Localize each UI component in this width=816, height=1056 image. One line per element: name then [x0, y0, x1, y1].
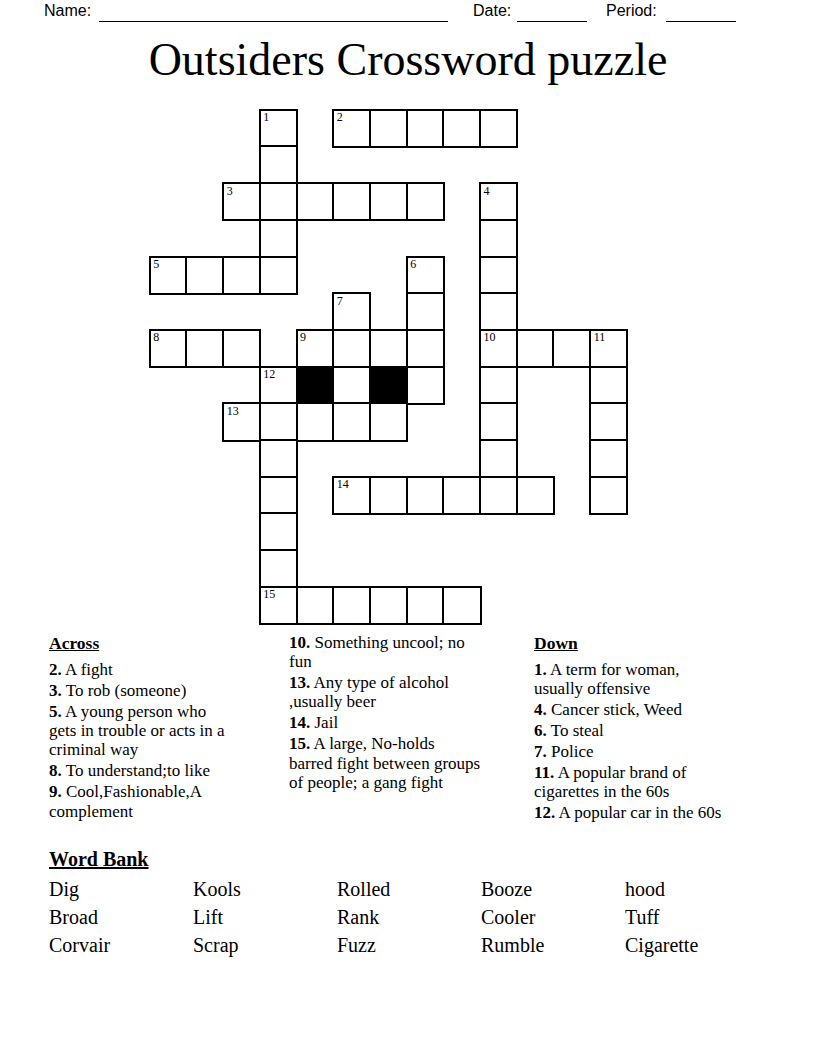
- clue-number-6: 6: [410, 258, 416, 271]
- word-bank-item-Corvair: Corvair: [49, 932, 193, 960]
- grid-cell-r0c5[interactable]: 2: [332, 109, 371, 148]
- grid-cell-r3c9[interactable]: [479, 219, 518, 258]
- grid-cell-r0c9[interactable]: [479, 109, 518, 148]
- date-label: Date:: [473, 2, 511, 20]
- grid-cell-r10c12[interactable]: [589, 476, 628, 515]
- clue-text-15: A large, No-holds barred fight between g…: [289, 734, 480, 791]
- clue-label-2: 2.: [49, 660, 62, 679]
- clue-label-5: 5.: [49, 702, 62, 721]
- clue-text-14: Jail: [315, 713, 339, 732]
- clue-text-8: To understand;to like: [66, 761, 210, 780]
- clue-number-5: 5: [153, 258, 159, 271]
- clue-label-11: 11.: [534, 763, 554, 782]
- clue-label-13: 13.: [289, 673, 310, 692]
- clue-label-4: 4.: [534, 700, 547, 719]
- across-clues-list-2: 10. Something uncool; no fun13. Any type…: [289, 633, 523, 792]
- grid-cell-r7c3[interactable]: 12: [259, 366, 298, 405]
- word-bank-item-Dig: Dig: [49, 876, 193, 904]
- grid-cell-r2c9[interactable]: 4: [479, 182, 518, 221]
- grid-cell-r2c3[interactable]: [259, 182, 298, 221]
- grid-cell-r2c2[interactable]: 3: [222, 182, 261, 221]
- grid-cell-r10c6[interactable]: [369, 476, 408, 515]
- grid-cell-r0c6[interactable]: [369, 109, 408, 148]
- grid-cell-r10c10[interactable]: [516, 476, 555, 515]
- clue-label-1: 1.: [534, 660, 547, 679]
- grid-cell-r6c9[interactable]: 10: [479, 329, 518, 368]
- clue-number-1: 1: [263, 111, 269, 124]
- worksheet-page: Name: Date: Period: Outsiders Crossword …: [0, 0, 816, 1056]
- clue-label-14: 14.: [289, 713, 310, 732]
- grid-cell-r8c4[interactable]: [296, 402, 335, 441]
- period-label: Period:: [606, 2, 657, 20]
- clue-number-2: 2: [337, 111, 343, 124]
- word-bank-item-Kools: Kools: [193, 876, 337, 904]
- clue-text-5: A young person who gets in trouble or ac…: [49, 702, 225, 759]
- word-bank-item-Lift: Lift: [193, 904, 337, 932]
- grid-cell-r13c7[interactable]: [406, 586, 445, 625]
- down-clues-list: 1. A term for woman, usually offensive4.…: [534, 660, 772, 823]
- clue-number-4: 4: [484, 185, 490, 198]
- grid-cell-r2c6[interactable]: [369, 182, 408, 221]
- word-bank-item-Rumble: Rumble: [481, 932, 625, 960]
- grid-cell-r6c10[interactable]: [516, 329, 555, 368]
- grid-cell-r4c7[interactable]: 6: [406, 256, 445, 295]
- grid-cell-r10c8[interactable]: [442, 476, 481, 515]
- black-cell-r7c4: [296, 366, 335, 405]
- across-clues-column-1: Across 2. A fight3. To rob (someone)5. A…: [49, 633, 269, 823]
- grid-cell-r2c4[interactable]: [296, 182, 335, 221]
- grid-cell-r6c6[interactable]: [369, 329, 408, 368]
- clue-text-4: Cancer stick, Weed: [551, 700, 682, 719]
- word-bank-item-Cooler: Cooler: [481, 904, 625, 932]
- grid-cell-r4c0[interactable]: 5: [149, 256, 188, 295]
- clue-4: 4. Cancer stick, Weed: [534, 700, 772, 719]
- clue-number-12: 12: [263, 368, 275, 381]
- across-heading: Across: [49, 633, 269, 653]
- word-bank-heading: Word Bank: [49, 846, 148, 872]
- clue-11: 11. A popular brand of cigarettes in the…: [534, 763, 772, 801]
- grid-cell-r8c5[interactable]: [332, 402, 371, 441]
- crossword-grid: 123456789101112131415: [150, 110, 628, 624]
- period-blank-line[interactable]: [666, 2, 736, 22]
- clue-8: 8. To understand;to like: [49, 761, 269, 780]
- word-bank-item-Rank: Rank: [337, 904, 481, 932]
- grid-cell-r6c2[interactable]: [222, 329, 261, 368]
- page-title: Outsiders Crossword puzzle: [0, 33, 816, 87]
- clue-label-8: 8.: [49, 761, 62, 780]
- grid-cell-r4c3[interactable]: [259, 256, 298, 295]
- clue-label-9: 9.: [49, 782, 62, 801]
- clue-1: 1. A term for woman, usually offensive: [534, 660, 772, 698]
- grid-cell-r8c9[interactable]: [479, 402, 518, 441]
- grid-cell-r0c3[interactable]: 1: [259, 109, 298, 148]
- clue-text-13: Any type of alcohol ,usually beer: [289, 673, 449, 711]
- clue-text-6: To steal: [551, 721, 604, 740]
- grid-cell-r5c7[interactable]: [406, 292, 445, 331]
- down-clues-column: Down 1. A term for woman, usually offens…: [534, 633, 772, 824]
- clue-label-12: 12.: [534, 803, 555, 822]
- grid-cell-r4c1[interactable]: [185, 256, 224, 295]
- clue-7: 7. Police: [534, 742, 772, 761]
- grid-cell-r0c8[interactable]: [442, 109, 481, 148]
- grid-cell-r6c11[interactable]: [552, 329, 591, 368]
- grid-cell-r10c5[interactable]: 14: [332, 476, 371, 515]
- clue-3: 3. To rob (someone): [49, 681, 269, 700]
- word-bank-item-Scrap: Scrap: [193, 932, 337, 960]
- clue-text-1: A term for woman, usually offensive: [534, 660, 679, 698]
- word-bank-item-Booze: Booze: [481, 876, 625, 904]
- grid-cell-r12c3[interactable]: [259, 549, 298, 588]
- clue-9: 9. Cool,Fashionable,A complement: [49, 782, 269, 820]
- word-bank-item-Cigarette: Cigarette: [625, 932, 769, 960]
- grid-cell-r6c7[interactable]: [406, 329, 445, 368]
- date-blank-line[interactable]: [517, 2, 587, 22]
- clue-text-3: To rob (someone): [66, 681, 187, 700]
- grid-cell-r13c6[interactable]: [369, 586, 408, 625]
- grid-cell-r13c8[interactable]: [442, 586, 481, 625]
- grid-cell-r7c12[interactable]: [589, 366, 628, 405]
- word-bank-item-Rolled: Rolled: [337, 876, 481, 904]
- clue-6: 6. To steal: [534, 721, 772, 740]
- grid-cell-r9c3[interactable]: [259, 439, 298, 478]
- grid-cell-r5c9[interactable]: [479, 292, 518, 331]
- grid-cell-r1c3[interactable]: [259, 145, 298, 184]
- word-bank-item-Broad: Broad: [49, 904, 193, 932]
- grid-cell-r13c4[interactable]: [296, 586, 335, 625]
- grid-cell-r13c5[interactable]: [332, 586, 371, 625]
- grid-cell-r6c12[interactable]: 11: [589, 329, 628, 368]
- across-clues-list-1: 2. A fight3. To rob (someone)5. A young …: [49, 660, 269, 821]
- clue-number-15: 15: [263, 588, 275, 601]
- clue-12: 12. A popular car in the 60s: [534, 803, 772, 822]
- clue-15: 15. A large, No-holds barred fight betwe…: [289, 734, 523, 792]
- grid-cell-r8c12[interactable]: [589, 402, 628, 441]
- clue-number-14: 14: [337, 478, 349, 491]
- grid-cell-r5c5[interactable]: 7: [332, 292, 371, 331]
- grid-cell-r6c4[interactable]: 9: [296, 329, 335, 368]
- clue-text-12: A popular car in the 60s: [559, 803, 722, 822]
- grid-cell-r2c7[interactable]: [406, 182, 445, 221]
- grid-cell-r7c7[interactable]: [406, 366, 445, 405]
- clue-13: 13. Any type of alcohol ,usually beer: [289, 673, 523, 711]
- across-clues-column-2: 10. Something uncool; no fun13. Any type…: [289, 633, 523, 794]
- clue-text-9: Cool,Fashionable,A complement: [49, 782, 202, 820]
- grid-cell-r7c9[interactable]: [479, 366, 518, 405]
- grid-cell-r2c5[interactable]: [332, 182, 371, 221]
- name-blank-line[interactable]: [99, 2, 448, 22]
- grid-cell-r0c7[interactable]: [406, 109, 445, 148]
- clue-label-15: 15.: [289, 734, 310, 753]
- grid-cell-r3c3[interactable]: [259, 219, 298, 258]
- clue-text-7: Police: [551, 742, 594, 761]
- clue-label-10: 10.: [289, 633, 310, 652]
- clue-number-11: 11: [594, 331, 606, 344]
- grid-cell-r6c1[interactable]: [185, 329, 224, 368]
- grid-cell-r13c3[interactable]: 15: [259, 586, 298, 625]
- grid-cell-r4c9[interactable]: [479, 256, 518, 295]
- grid-cell-r7c5[interactable]: [332, 366, 371, 405]
- down-heading: Down: [534, 633, 772, 653]
- clue-number-7: 7: [337, 295, 343, 308]
- grid-cell-r10c9[interactable]: [479, 476, 518, 515]
- black-cell-r7c6: [369, 366, 408, 405]
- clue-number-13: 13: [227, 405, 239, 418]
- clue-number-10: 10: [484, 331, 496, 344]
- grid-cell-r6c5[interactable]: [332, 329, 371, 368]
- clue-5: 5. A young person who gets in trouble or…: [49, 702, 269, 760]
- word-bank-item-hood: hood: [625, 876, 769, 904]
- grid-cell-r10c3[interactable]: [259, 476, 298, 515]
- clue-number-9: 9: [300, 331, 306, 344]
- clue-2: 2. A fight: [49, 660, 269, 679]
- clue-number-8: 8: [153, 331, 159, 344]
- grid-cell-r4c2[interactable]: [222, 256, 261, 295]
- clue-text-10: Something uncool; no fun: [289, 633, 465, 671]
- clue-label-3: 3.: [49, 681, 62, 700]
- grid-cell-r8c3[interactable]: [259, 402, 298, 441]
- grid-cell-r8c2[interactable]: 13: [222, 402, 261, 441]
- word-bank-item-Tuff: Tuff: [625, 904, 769, 932]
- grid-cell-r6c0[interactable]: 8: [149, 329, 188, 368]
- grid-cell-r9c9[interactable]: [479, 439, 518, 478]
- clue-text-11: A popular brand of cigarettes in the 60s: [534, 763, 687, 801]
- grid-cell-r11c3[interactable]: [259, 512, 298, 551]
- grid-cell-r10c7[interactable]: [406, 476, 445, 515]
- grid-cell-r9c12[interactable]: [589, 439, 628, 478]
- clue-label-7: 7.: [534, 742, 547, 761]
- clue-label-6: 6.: [534, 721, 547, 740]
- word-bank: DigKoolsRolledBoozehoodBroadLiftRankCool…: [49, 876, 769, 961]
- clue-14: 14. Jail: [289, 713, 523, 732]
- grid-cell-r8c6[interactable]: [369, 402, 408, 441]
- name-label: Name:: [44, 2, 91, 20]
- clue-number-3: 3: [227, 185, 233, 198]
- word-bank-item-Fuzz: Fuzz: [337, 932, 481, 960]
- clue-text-2: A fight: [65, 660, 113, 679]
- clue-10: 10. Something uncool; no fun: [289, 633, 523, 671]
